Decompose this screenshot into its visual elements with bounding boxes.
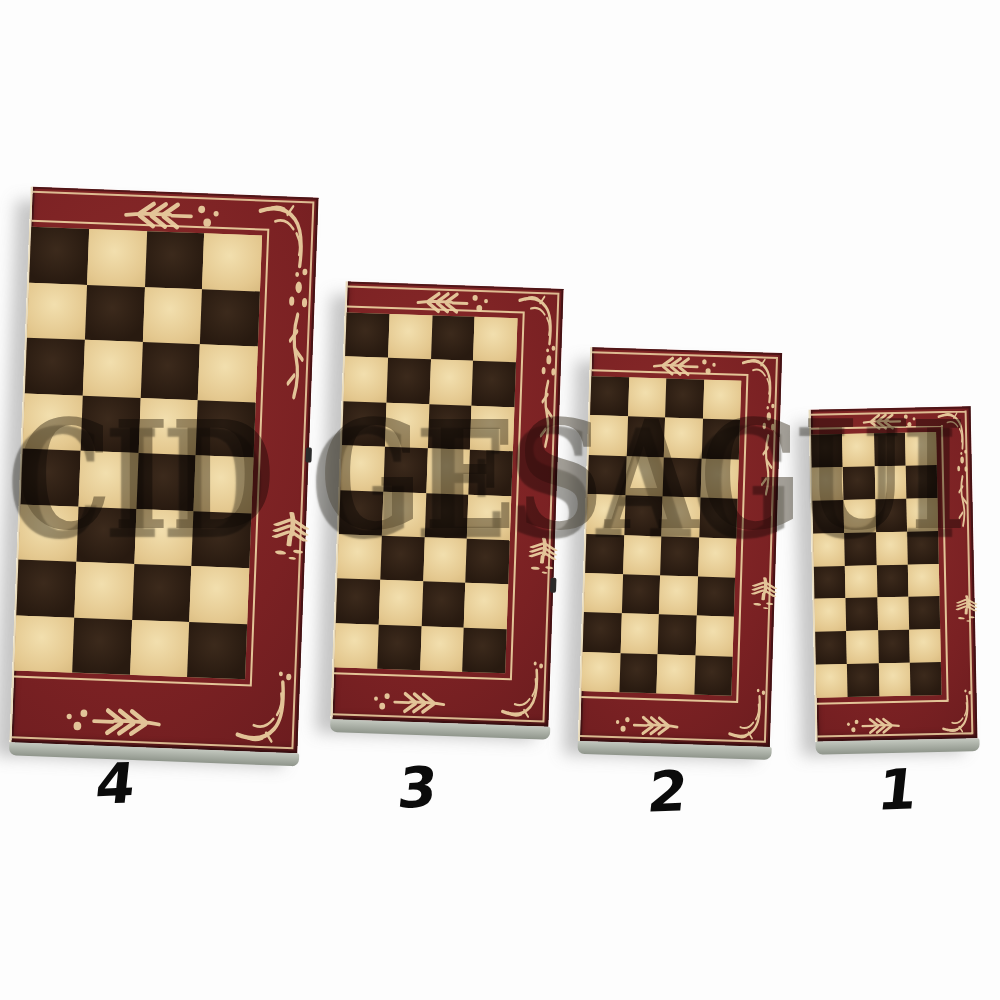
light-square [813, 533, 845, 567]
dark-square [342, 401, 386, 447]
dark-square [424, 493, 468, 539]
dark-square [386, 358, 430, 404]
leaf-sprig-icon [612, 712, 681, 738]
leaf-sprig-icon [844, 715, 902, 736]
dark-square [200, 289, 260, 347]
dark-square [624, 495, 663, 536]
dark-square [469, 450, 513, 496]
dark-square [658, 615, 697, 656]
light-square [340, 445, 384, 491]
dark-square [874, 433, 906, 467]
dark-square [696, 576, 735, 617]
leaf-sprig-icon [414, 288, 493, 317]
light-square [664, 418, 703, 459]
hinge-clasp [550, 578, 557, 593]
light-square [423, 537, 467, 583]
light-square [202, 233, 262, 291]
dark-square [621, 574, 660, 615]
dark-square [844, 532, 876, 566]
leaf-sprig-icon [953, 594, 981, 624]
light-square [876, 531, 908, 565]
light-square [78, 451, 138, 509]
corner-flourish-icon [515, 291, 562, 354]
light-square [134, 508, 194, 566]
product-photo-canvas: CID GESAGUI 4 3 2 1 [0, 0, 1000, 1000]
dark-square [875, 498, 907, 532]
corner-flourish-icon [740, 355, 782, 411]
light-square [464, 583, 508, 629]
dark-square [907, 531, 939, 565]
leaf-sprig-icon [369, 687, 448, 716]
dark-square [427, 404, 471, 450]
light-square [905, 432, 937, 466]
light-square [74, 562, 134, 620]
light-square [703, 380, 742, 421]
light-square [842, 433, 874, 467]
dark-square [377, 624, 421, 670]
dark-square [583, 612, 622, 653]
folding-chessboard-size-3 [330, 281, 563, 726]
dark-square [187, 622, 247, 680]
dark-square [29, 227, 89, 285]
light-square [382, 491, 426, 537]
light-square [625, 456, 664, 497]
light-square [334, 623, 378, 669]
dark-square [663, 457, 702, 498]
light-square [14, 615, 74, 673]
corner-flourish-icon [254, 200, 317, 280]
dark-square [908, 596, 940, 630]
folding-chessboard-size-2 [578, 347, 782, 747]
light-square [628, 377, 667, 418]
dark-square [132, 564, 192, 622]
dark-square [588, 455, 627, 496]
light-square [388, 314, 432, 360]
leaf-sprig-icon [120, 196, 224, 233]
dark-square [85, 284, 145, 342]
light-square [623, 535, 662, 576]
light-square [194, 455, 254, 513]
dark-square [336, 578, 380, 624]
corner-flourish-icon [727, 687, 771, 743]
light-square [581, 652, 620, 693]
light-square [473, 317, 517, 363]
dark-square [21, 449, 81, 507]
dark-square [25, 338, 85, 396]
dark-square [694, 655, 733, 696]
light-square [586, 494, 625, 535]
dark-square [136, 453, 196, 511]
tassel-ornament-icon [759, 410, 779, 501]
dark-square [80, 395, 140, 453]
dark-square [462, 627, 506, 673]
leaf-sprig-icon [650, 353, 719, 379]
corner-flourish-icon [233, 668, 299, 748]
light-square [695, 616, 734, 657]
dark-square [383, 447, 427, 493]
light-square [337, 534, 381, 580]
board-label-3: 3 [395, 759, 440, 816]
leaf-sprig-icon [747, 574, 782, 612]
light-square [18, 504, 78, 562]
light-square [138, 398, 198, 456]
light-square [83, 340, 143, 398]
dark-square [345, 312, 389, 358]
dark-square [876, 564, 908, 598]
light-square [379, 580, 423, 626]
light-square [87, 229, 147, 287]
dark-square [843, 466, 875, 500]
light-square [908, 564, 940, 598]
dark-square [905, 465, 937, 499]
light-square [844, 499, 876, 533]
light-square [198, 344, 258, 402]
dark-square [339, 490, 383, 536]
dark-square [76, 506, 136, 564]
checkerboard-grid [334, 312, 517, 673]
checkerboard-grid [811, 432, 941, 698]
dark-square [701, 419, 740, 460]
dark-square [811, 434, 843, 468]
dark-square [812, 500, 844, 534]
dark-square [619, 653, 658, 694]
light-square [700, 458, 739, 499]
light-square [27, 282, 87, 340]
dark-square [910, 662, 942, 696]
dark-square [466, 539, 510, 585]
dark-square [145, 231, 205, 289]
dark-square [472, 361, 516, 407]
corner-flourish-icon [940, 689, 976, 736]
light-square [909, 629, 941, 663]
dark-square [846, 598, 878, 632]
light-square [426, 448, 470, 494]
light-square [142, 287, 202, 345]
folding-chessboard-size-1 [809, 406, 978, 741]
dark-square [192, 511, 252, 569]
light-square [656, 654, 695, 695]
dark-square [665, 378, 704, 419]
dark-square [814, 566, 846, 600]
light-square [661, 497, 700, 538]
tassel-ornament-icon [956, 454, 972, 531]
light-square [816, 664, 848, 698]
light-square [812, 467, 844, 501]
dark-square [431, 315, 475, 361]
corner-flourish-icon [500, 659, 550, 722]
checkerboard-grid [14, 227, 262, 680]
light-square [878, 663, 910, 697]
corner-flourish-icon [936, 409, 971, 456]
hinge-clasp [305, 448, 312, 463]
light-square [815, 598, 847, 632]
light-square [420, 626, 464, 672]
leaf-sprig-icon [524, 534, 564, 577]
dark-square [626, 417, 665, 458]
light-square [470, 406, 514, 452]
light-square [906, 498, 938, 532]
light-square [189, 566, 249, 624]
dark-square [72, 617, 132, 675]
leaf-sprig-icon [860, 411, 918, 432]
board-label-1: 1 [875, 761, 920, 818]
light-square [23, 393, 83, 451]
dark-square [16, 559, 76, 617]
light-square [698, 537, 737, 578]
light-square [385, 403, 429, 449]
dark-square [660, 536, 699, 577]
leaf-sprig-icon [266, 508, 317, 565]
dark-square [585, 534, 624, 575]
light-square [845, 565, 877, 599]
dark-square [699, 498, 738, 539]
tassel-ornament-icon [283, 277, 314, 406]
dark-square [590, 376, 629, 417]
dark-square [421, 581, 465, 627]
light-square [877, 597, 909, 631]
dark-square [878, 630, 910, 664]
board-label-4: 4 [93, 755, 138, 812]
light-square [589, 415, 628, 456]
dark-square [847, 663, 879, 697]
light-square [584, 573, 623, 614]
leaf-sprig-icon [60, 702, 164, 739]
light-square [429, 360, 473, 406]
dark-square [140, 342, 200, 400]
dark-square [815, 631, 847, 665]
dark-square [196, 400, 256, 458]
light-square [620, 613, 659, 654]
light-square [874, 466, 906, 500]
light-square [130, 619, 190, 677]
light-square [846, 631, 878, 665]
board-label-2: 2 [645, 763, 690, 820]
dark-square [380, 536, 424, 582]
light-square [467, 494, 511, 540]
folding-chessboard-size-4 [9, 187, 318, 754]
checkerboard-grid [581, 376, 741, 696]
tassel-ornament-icon [537, 352, 560, 453]
light-square [659, 575, 698, 616]
light-square [344, 357, 388, 403]
